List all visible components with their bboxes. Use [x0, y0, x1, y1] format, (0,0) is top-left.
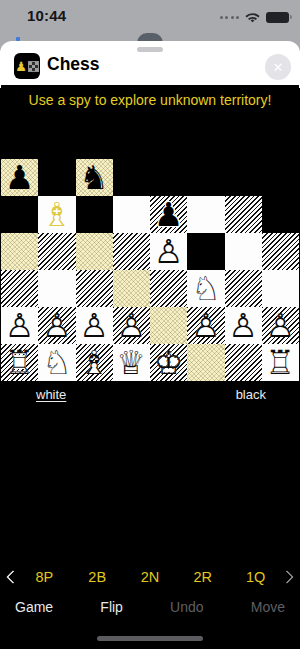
white-piece-P-g2: ♟♙	[225, 307, 262, 344]
black-piece-N-c6: ♞	[76, 159, 113, 196]
square-a2[interactable]: ♟♙	[1, 307, 38, 344]
count-bishops[interactable]: 2B	[71, 569, 124, 585]
square-d4[interactable]	[113, 233, 150, 270]
piece-counter-row: 8P 2B 2N 2R 1Q	[0, 567, 300, 587]
black-player-label[interactable]: black	[236, 387, 266, 402]
count-queens[interactable]: 1Q	[229, 569, 282, 585]
count-pawns[interactable]: 8P	[18, 569, 71, 585]
status-icons	[220, 11, 290, 23]
square-b6[interactable]	[38, 159, 75, 196]
count-rooks[interactable]: 2R	[176, 569, 229, 585]
square-d3[interactable]	[113, 270, 150, 307]
white-piece-R-a1: ♜♖	[1, 344, 38, 381]
sheet-grabber[interactable]	[137, 47, 163, 52]
square-a5[interactable]	[1, 196, 38, 233]
square-b1[interactable]: ♞♘	[38, 344, 75, 381]
square-h1[interactable]: ♜♖	[262, 344, 299, 381]
square-g5[interactable]	[225, 196, 262, 233]
square-c6[interactable]: ♞	[76, 159, 113, 196]
square-g1[interactable]	[225, 344, 262, 381]
square-d5[interactable]	[113, 196, 150, 233]
square-b5[interactable]: ♝♗	[38, 196, 75, 233]
square-f6[interactable]	[187, 159, 224, 196]
square-d6[interactable]	[113, 159, 150, 196]
square-h6[interactable]	[262, 159, 299, 196]
square-c4[interactable]	[76, 233, 113, 270]
square-a3[interactable]	[1, 270, 38, 307]
page-title: Chess	[47, 54, 100, 75]
square-d7[interactable]	[113, 122, 150, 159]
square-a7[interactable]	[1, 122, 38, 159]
white-piece-N-b1: ♞♘	[38, 344, 75, 381]
square-g2[interactable]: ♟♙	[225, 307, 262, 344]
square-c3[interactable]	[76, 270, 113, 307]
sheet-header: ♟ Chess ✕	[0, 41, 300, 88]
square-g4[interactable]	[225, 233, 262, 270]
chess-board: ♟♞♝♗♟♟♙♞♘♟♙♟♙♟♙♟♙♟♙♟♙♟♙♜♖♞♘♝♗♛♕♚♔♜♖	[1, 85, 299, 381]
white-piece-P-a2: ♟♙	[1, 307, 38, 344]
chess-app-icon: ♟	[14, 53, 40, 79]
square-d1[interactable]: ♛♕	[113, 344, 150, 381]
square-c1[interactable]: ♝♗	[76, 344, 113, 381]
black-piece-P-a6: ♟	[1, 159, 38, 196]
square-b4[interactable]	[38, 233, 75, 270]
square-e6[interactable]	[150, 159, 187, 196]
game-button[interactable]: Game	[15, 599, 53, 615]
home-indicator[interactable]	[97, 636, 203, 641]
white-piece-R-h1: ♜♖	[262, 344, 299, 381]
square-c2[interactable]: ♟♙	[76, 307, 113, 344]
square-f2[interactable]: ♟♙	[187, 307, 224, 344]
square-e2[interactable]	[150, 307, 187, 344]
square-c7[interactable]	[76, 122, 113, 159]
square-a4[interactable]	[1, 233, 38, 270]
square-f3[interactable]: ♞♘	[187, 270, 224, 307]
white-piece-P-h2: ♟♙	[262, 307, 299, 344]
square-e7[interactable]	[150, 122, 187, 159]
white-piece-B-c1: ♝♗	[76, 344, 113, 381]
white-player-label[interactable]: white	[36, 387, 66, 402]
cellular-signal-icon	[220, 16, 240, 19]
square-g3[interactable]	[225, 270, 262, 307]
action-row: Game Flip Undo Move	[0, 599, 300, 615]
count-knights[interactable]: 2N	[124, 569, 177, 585]
square-b3[interactable]	[38, 270, 75, 307]
wifi-icon	[244, 11, 261, 23]
battery-icon	[266, 12, 289, 23]
pawn-icon: ♟	[15, 60, 27, 73]
square-h5[interactable]	[262, 196, 299, 233]
close-button[interactable]: ✕	[265, 54, 291, 80]
square-f5[interactable]	[187, 196, 224, 233]
square-f4[interactable]	[187, 233, 224, 270]
white-piece-N-f3: ♞♘	[187, 270, 224, 307]
square-e3[interactable]	[150, 270, 187, 307]
square-d2[interactable]: ♟♙	[113, 307, 150, 344]
square-b2[interactable]: ♟♙	[38, 307, 75, 344]
square-g6[interactable]	[225, 159, 262, 196]
white-piece-B-b5: ♝♗	[38, 196, 75, 233]
square-h7[interactable]	[262, 122, 299, 159]
square-f7[interactable]	[187, 122, 224, 159]
flip-button[interactable]: Flip	[100, 599, 123, 615]
chevron-right-icon[interactable]	[280, 570, 294, 584]
square-g7[interactable]	[225, 122, 262, 159]
white-piece-K-e1: ♚♔	[150, 344, 187, 381]
square-h4[interactable]	[262, 233, 299, 270]
square-h2[interactable]: ♟♙	[262, 307, 299, 344]
square-f1[interactable]	[187, 344, 224, 381]
hint-banner: Use a spy to explore unknown territory!	[0, 92, 300, 108]
mini-chessboard-icon	[28, 61, 39, 72]
square-b7[interactable]	[38, 122, 75, 159]
square-e4[interactable]: ♟♙	[150, 233, 187, 270]
undo-button[interactable]: Undo	[170, 599, 203, 615]
move-button[interactable]: Move	[251, 599, 285, 615]
white-piece-P-f2: ♟♙	[187, 307, 224, 344]
white-piece-Q-d1: ♛♕	[113, 344, 150, 381]
white-piece-P-b2: ♟♙	[38, 307, 75, 344]
white-piece-P-c2: ♟♙	[76, 307, 113, 344]
white-piece-P-d2: ♟♙	[113, 307, 150, 344]
square-h3[interactable]	[262, 270, 299, 307]
square-a1[interactable]: ♜♖	[1, 344, 38, 381]
square-e1[interactable]: ♚♔	[150, 344, 187, 381]
white-piece-P-e4: ♟♙	[150, 233, 187, 270]
square-c5[interactable]	[76, 196, 113, 233]
square-a6[interactable]: ♟	[1, 159, 38, 196]
square-e5[interactable]: ♟	[150, 196, 187, 233]
status-time: 10:44	[27, 7, 66, 24]
black-piece-P-e5: ♟	[150, 196, 187, 233]
